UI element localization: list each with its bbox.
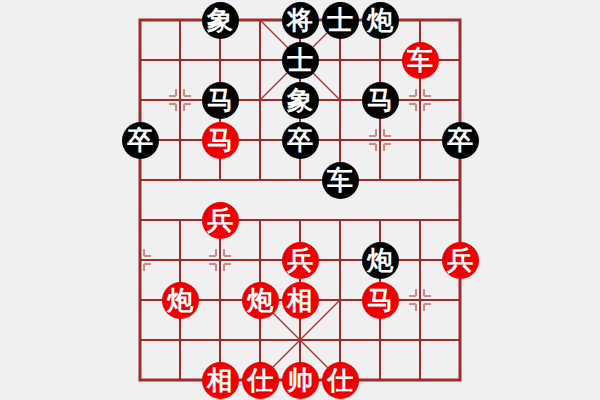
piece-red-advisor[interactable]: 仕 [242,362,279,399]
piece-black-cannon[interactable]: 炮 [362,242,399,279]
piece-black-advisor[interactable]: 士 [322,2,359,39]
app-background: 象将士炮士车马象马卒马卒卒车兵兵炮兵炮炮相马相仕帅仕 [0,0,600,400]
piece-black-cannon[interactable]: 炮 [362,2,399,39]
piece-black-chariot[interactable]: 车 [322,162,359,199]
piece-red-cannon[interactable]: 炮 [162,282,199,319]
piece-red-cannon[interactable]: 炮 [242,282,279,319]
piece-black-horse[interactable]: 马 [202,82,239,119]
piece-black-elephant[interactable]: 象 [202,2,239,39]
piece-red-soldier[interactable]: 兵 [202,202,239,239]
piece-black-advisor[interactable]: 士 [282,42,319,79]
xiangqi-board[interactable]: 象将士炮士车马象马卒马卒卒车兵兵炮兵炮炮相马相仕帅仕 [120,0,480,400]
piece-red-horse[interactable]: 马 [202,122,239,159]
piece-black-horse[interactable]: 马 [362,82,399,119]
piece-black-soldier[interactable]: 卒 [442,122,479,159]
piece-red-elephant[interactable]: 相 [282,282,319,319]
piece-red-general[interactable]: 帅 [282,362,319,399]
piece-red-soldier[interactable]: 兵 [282,242,319,279]
piece-red-elephant[interactable]: 相 [202,362,239,399]
piece-red-horse[interactable]: 马 [362,282,399,319]
piece-red-soldier[interactable]: 兵 [442,242,479,279]
piece-red-advisor[interactable]: 仕 [322,362,359,399]
piece-black-elephant[interactable]: 象 [282,82,319,119]
piece-black-soldier[interactable]: 卒 [282,122,319,159]
piece-red-chariot[interactable]: 车 [402,42,439,79]
piece-black-soldier[interactable]: 卒 [122,122,159,159]
piece-black-general[interactable]: 将 [282,2,319,39]
